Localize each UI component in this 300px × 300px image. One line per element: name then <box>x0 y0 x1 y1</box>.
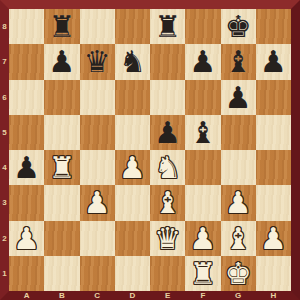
piece-black-pawn-a4[interactable]: ♟ <box>13 150 40 185</box>
square-f6[interactable] <box>185 80 220 115</box>
square-f8[interactable] <box>185 9 220 44</box>
square-d3[interactable] <box>115 185 150 220</box>
square-b6[interactable] <box>44 80 79 115</box>
square-f2[interactable]: ♟ <box>185 221 220 256</box>
chess-board-frame: ♜♜♚♟♛♞♟♝♟♟♟♝♟♜♟♞♟♝♟♟♛♟♝♟♜♚ 87654321ABCDE… <box>0 0 300 300</box>
square-e7[interactable] <box>150 44 185 79</box>
square-e5[interactable]: ♟ <box>150 115 185 150</box>
piece-black-bishop-g7[interactable]: ♝ <box>225 44 252 79</box>
square-b4[interactable]: ♜ <box>44 150 79 185</box>
square-c4[interactable] <box>80 150 115 185</box>
square-b2[interactable] <box>44 221 79 256</box>
square-b8[interactable]: ♜ <box>44 9 79 44</box>
piece-black-king-g8[interactable]: ♚ <box>225 9 252 44</box>
piece-white-rook-b4[interactable]: ♜ <box>48 150 75 185</box>
square-g8[interactable]: ♚ <box>221 9 256 44</box>
square-g3[interactable]: ♟ <box>221 185 256 220</box>
square-d7[interactable]: ♞ <box>115 44 150 79</box>
piece-white-pawn-g3[interactable]: ♟ <box>225 185 252 220</box>
square-f7[interactable]: ♟ <box>185 44 220 79</box>
square-f1[interactable]: ♜ <box>185 256 220 291</box>
square-h5[interactable] <box>256 115 291 150</box>
chess-board: ♜♜♚♟♛♞♟♝♟♟♟♝♟♜♟♞♟♝♟♟♛♟♝♟♜♚ <box>9 9 291 291</box>
square-c1[interactable] <box>80 256 115 291</box>
piece-black-pawn-h7[interactable]: ♟ <box>260 44 287 79</box>
file-label-c: C <box>80 291 115 300</box>
piece-white-bishop-e3[interactable]: ♝ <box>154 185 181 220</box>
piece-black-bishop-f5[interactable]: ♝ <box>189 115 216 150</box>
square-c5[interactable] <box>80 115 115 150</box>
square-b7[interactable]: ♟ <box>44 44 79 79</box>
square-f5[interactable]: ♝ <box>185 115 220 150</box>
rank-label-7: 7 <box>0 44 9 79</box>
square-f4[interactable] <box>185 150 220 185</box>
piece-black-pawn-b7[interactable]: ♟ <box>48 44 75 79</box>
piece-black-rook-b8[interactable]: ♜ <box>48 9 75 44</box>
rank-label-4: 4 <box>0 150 9 185</box>
square-h4[interactable] <box>256 150 291 185</box>
square-c2[interactable] <box>80 221 115 256</box>
piece-black-pawn-e5[interactable]: ♟ <box>154 115 181 150</box>
square-a3[interactable] <box>9 185 44 220</box>
rank-label-1: 1 <box>0 256 9 291</box>
square-b3[interactable] <box>44 185 79 220</box>
piece-black-pawn-f7[interactable]: ♟ <box>189 44 216 79</box>
square-h8[interactable] <box>256 9 291 44</box>
rank-label-3: 3 <box>0 185 9 220</box>
rank-label-6: 6 <box>0 80 9 115</box>
rank-label-5: 5 <box>0 115 9 150</box>
square-a4[interactable]: ♟ <box>9 150 44 185</box>
square-b5[interactable] <box>44 115 79 150</box>
square-d8[interactable] <box>115 9 150 44</box>
file-label-d: D <box>115 291 150 300</box>
piece-white-knight-e4[interactable]: ♞ <box>154 150 181 185</box>
square-g6[interactable]: ♟ <box>221 80 256 115</box>
piece-black-knight-d7[interactable]: ♞ <box>119 44 146 79</box>
rank-label-8: 8 <box>0 9 9 44</box>
square-e8[interactable]: ♜ <box>150 9 185 44</box>
square-e1[interactable] <box>150 256 185 291</box>
piece-white-pawn-f2[interactable]: ♟ <box>189 221 216 256</box>
piece-white-pawn-h2[interactable]: ♟ <box>260 221 287 256</box>
square-e4[interactable]: ♞ <box>150 150 185 185</box>
file-label-f: F <box>185 291 220 300</box>
board-wrap: ♜♜♚♟♛♞♟♝♟♟♟♝♟♜♟♞♟♝♟♟♛♟♝♟♜♚ 87654321ABCDE… <box>9 9 291 291</box>
square-h6[interactable] <box>256 80 291 115</box>
square-f3[interactable] <box>185 185 220 220</box>
square-g2[interactable]: ♝ <box>221 221 256 256</box>
square-h7[interactable]: ♟ <box>256 44 291 79</box>
piece-white-king-g1[interactable]: ♚ <box>225 256 252 291</box>
square-e6[interactable] <box>150 80 185 115</box>
piece-white-rook-f1[interactable]: ♜ <box>189 256 216 291</box>
file-label-g: G <box>221 291 256 300</box>
piece-white-pawn-c3[interactable]: ♟ <box>84 185 111 220</box>
file-label-b: B <box>44 291 79 300</box>
square-g1[interactable]: ♚ <box>221 256 256 291</box>
square-d6[interactable] <box>115 80 150 115</box>
square-d4[interactable]: ♟ <box>115 150 150 185</box>
file-label-a: A <box>9 291 44 300</box>
square-d5[interactable] <box>115 115 150 150</box>
file-label-h: H <box>256 291 291 300</box>
square-c7[interactable]: ♛ <box>80 44 115 79</box>
square-a5[interactable] <box>9 115 44 150</box>
square-g5[interactable] <box>221 115 256 150</box>
square-b1[interactable] <box>44 256 79 291</box>
square-a1[interactable] <box>9 256 44 291</box>
square-c6[interactable] <box>80 80 115 115</box>
square-a8[interactable] <box>9 9 44 44</box>
file-label-e: E <box>150 291 185 300</box>
square-h1[interactable] <box>256 256 291 291</box>
square-a2[interactable]: ♟ <box>9 221 44 256</box>
piece-white-pawn-d4[interactable]: ♟ <box>119 150 146 185</box>
piece-white-bishop-g2[interactable]: ♝ <box>225 221 252 256</box>
square-d2[interactable] <box>115 221 150 256</box>
piece-black-pawn-g6[interactable]: ♟ <box>225 80 252 115</box>
piece-black-rook-e8[interactable]: ♜ <box>154 9 181 44</box>
square-a6[interactable] <box>9 80 44 115</box>
square-e2[interactable]: ♛ <box>150 221 185 256</box>
piece-white-pawn-a2[interactable]: ♟ <box>13 221 40 256</box>
square-c8[interactable] <box>80 9 115 44</box>
square-g4[interactable] <box>221 150 256 185</box>
square-d1[interactable] <box>115 256 150 291</box>
piece-white-queen-e2[interactable]: ♛ <box>154 221 181 256</box>
rank-label-2: 2 <box>0 221 9 256</box>
square-a7[interactable] <box>9 44 44 79</box>
square-c3[interactable]: ♟ <box>80 185 115 220</box>
square-h2[interactable]: ♟ <box>256 221 291 256</box>
square-g7[interactable]: ♝ <box>221 44 256 79</box>
square-h3[interactable] <box>256 185 291 220</box>
piece-black-queen-c7[interactable]: ♛ <box>84 44 111 79</box>
square-e3[interactable]: ♝ <box>150 185 185 220</box>
